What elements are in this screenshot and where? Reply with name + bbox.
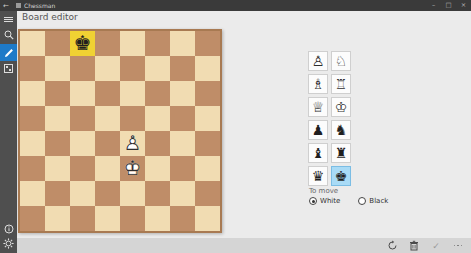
board-icon[interactable]: [0, 61, 17, 76]
square-c4[interactable]: [70, 131, 95, 156]
square-f7[interactable]: [145, 56, 170, 81]
square-a4[interactable]: [20, 131, 45, 156]
square-a5[interactable]: [20, 106, 45, 131]
square-b7[interactable]: [45, 56, 70, 81]
square-a6[interactable]: [20, 81, 45, 106]
radio-black[interactable]: Black: [358, 197, 388, 205]
square-a1[interactable]: [20, 206, 45, 231]
square-e6[interactable]: [120, 81, 145, 106]
square-g7[interactable]: [170, 56, 195, 81]
square-g4[interactable]: [170, 131, 195, 156]
black-queen-icon: ♛: [312, 168, 325, 184]
square-c6[interactable]: [70, 81, 95, 106]
square-g5[interactable]: [170, 106, 195, 131]
piece-palette: ♙♘♗♖♕♔♟♞♝♜♛♚: [308, 51, 351, 186]
square-c3[interactable]: [70, 156, 95, 181]
square-f5[interactable]: [145, 106, 170, 131]
black-king-icon: ♚: [74, 31, 92, 55]
square-c5[interactable]: [70, 106, 95, 131]
palette-tile-black-rook[interactable]: ♜: [331, 143, 351, 163]
square-h5[interactable]: [195, 106, 220, 131]
reset-icon[interactable]: [381, 238, 403, 253]
square-d1[interactable]: [95, 206, 120, 231]
palette-tile-white-bishop[interactable]: ♗: [308, 74, 328, 94]
palette-tile-white-pawn[interactable]: ♙: [308, 51, 328, 71]
square-b3[interactable]: [45, 156, 70, 181]
settings-gear-icon[interactable]: [0, 236, 17, 251]
square-e1[interactable]: [120, 206, 145, 231]
square-g3[interactable]: [170, 156, 195, 181]
square-c2[interactable]: [70, 181, 95, 206]
square-f4[interactable]: [145, 131, 170, 156]
square-d6[interactable]: [95, 81, 120, 106]
square-f3[interactable]: [145, 156, 170, 181]
black-pawn-icon: ♟: [312, 122, 325, 138]
square-d7[interactable]: [95, 56, 120, 81]
confirm-check-icon[interactable]: ✓: [425, 238, 447, 253]
radio-white-dot-icon: [309, 197, 317, 205]
square-b1[interactable]: [45, 206, 70, 231]
square-b4[interactable]: [45, 131, 70, 156]
titlebar: ← Chessman – □ ×: [0, 0, 471, 11]
square-h3[interactable]: [195, 156, 220, 181]
square-d3[interactable]: [95, 156, 120, 181]
square-g8[interactable]: [170, 31, 195, 56]
palette-tile-black-king[interactable]: ♚: [331, 166, 351, 186]
maximize-button[interactable]: □: [441, 0, 456, 11]
radio-white-label: White: [320, 197, 340, 205]
square-d2[interactable]: [95, 181, 120, 206]
square-g2[interactable]: [170, 181, 195, 206]
black-rook-icon: ♜: [335, 145, 348, 161]
square-e4[interactable]: ♙: [120, 131, 145, 156]
to-move-label: To move: [309, 187, 338, 195]
radio-white[interactable]: White: [309, 197, 340, 205]
white-queen-icon: ♕: [312, 99, 325, 115]
square-c8[interactable]: ♚: [70, 31, 95, 56]
white-king-icon: ♔: [335, 99, 348, 115]
square-e3[interactable]: ♔: [120, 156, 145, 181]
palette-tile-black-queen[interactable]: ♛: [308, 166, 328, 186]
square-b5[interactable]: [45, 106, 70, 131]
black-king-icon: ♚: [335, 168, 348, 184]
square-h4[interactable]: [195, 131, 220, 156]
to-move-radios: White Black: [309, 197, 406, 205]
square-f8[interactable]: [145, 31, 170, 56]
square-a8[interactable]: [20, 31, 45, 56]
square-h2[interactable]: [195, 181, 220, 206]
palette-tile-black-bishop[interactable]: ♝: [308, 143, 328, 163]
square-d4[interactable]: [95, 131, 120, 156]
square-e7[interactable]: [120, 56, 145, 81]
search-icon[interactable]: [0, 27, 17, 42]
square-f1[interactable]: [145, 206, 170, 231]
square-h8[interactable]: [195, 31, 220, 56]
palette-tile-white-queen[interactable]: ♕: [308, 97, 328, 117]
white-pawn-icon: ♙: [124, 131, 142, 155]
white-king-icon: ♔: [124, 156, 142, 180]
palette-tile-white-king[interactable]: ♔: [331, 97, 351, 117]
square-b8[interactable]: [45, 31, 70, 56]
minimize-button[interactable]: –: [426, 0, 441, 11]
square-c7[interactable]: [70, 56, 95, 81]
page-title: Board editor: [22, 12, 78, 22]
square-c1[interactable]: [70, 206, 95, 231]
hamburger-menu-icon[interactable]: [0, 12, 17, 27]
square-g6[interactable]: [170, 81, 195, 106]
square-d5[interactable]: [95, 106, 120, 131]
square-h1[interactable]: [195, 206, 220, 231]
radio-black-dot-icon: [358, 197, 366, 205]
square-b2[interactable]: [45, 181, 70, 206]
square-a3[interactable]: [20, 156, 45, 181]
square-f2[interactable]: [145, 181, 170, 206]
square-h7[interactable]: [195, 56, 220, 81]
square-e5[interactable]: [120, 106, 145, 131]
square-f6[interactable]: [145, 81, 170, 106]
square-e8[interactable]: [120, 31, 145, 56]
white-pawn-icon: ♙: [312, 53, 325, 69]
palette-tile-white-rook[interactable]: ♖: [331, 74, 351, 94]
palette-tile-black-pawn[interactable]: ♟: [308, 120, 328, 140]
trash-icon[interactable]: [403, 238, 425, 253]
chess-board: ♚♙♔: [18, 29, 222, 233]
close-button[interactable]: ×: [456, 0, 471, 11]
palette-tile-black-knight[interactable]: ♞: [331, 120, 351, 140]
more-icon[interactable]: [447, 238, 471, 253]
radio-black-label: Black: [369, 197, 388, 205]
white-rook-icon: ♖: [335, 76, 348, 92]
black-bishop-icon: ♝: [312, 145, 325, 161]
white-knight-icon: ♘: [335, 53, 348, 69]
app-icon: [16, 3, 21, 8]
black-knight-icon: ♞: [335, 122, 348, 138]
edit-pencil-icon[interactable]: [0, 44, 17, 61]
square-a2[interactable]: [20, 181, 45, 206]
app-title: Chessman: [24, 2, 55, 9]
palette-tile-white-knight[interactable]: ♘: [331, 51, 351, 71]
white-bishop-icon: ♗: [312, 76, 325, 92]
square-h6[interactable]: [195, 81, 220, 106]
sidebar: [0, 11, 17, 253]
square-d8[interactable]: [95, 31, 120, 56]
square-b6[interactable]: [45, 81, 70, 106]
back-arrow-icon[interactable]: ←: [0, 2, 12, 10]
square-e2[interactable]: [120, 181, 145, 206]
command-bar: ✓: [17, 238, 471, 253]
info-icon[interactable]: [0, 221, 17, 236]
square-a7[interactable]: [20, 56, 45, 81]
square-g1[interactable]: [170, 206, 195, 231]
